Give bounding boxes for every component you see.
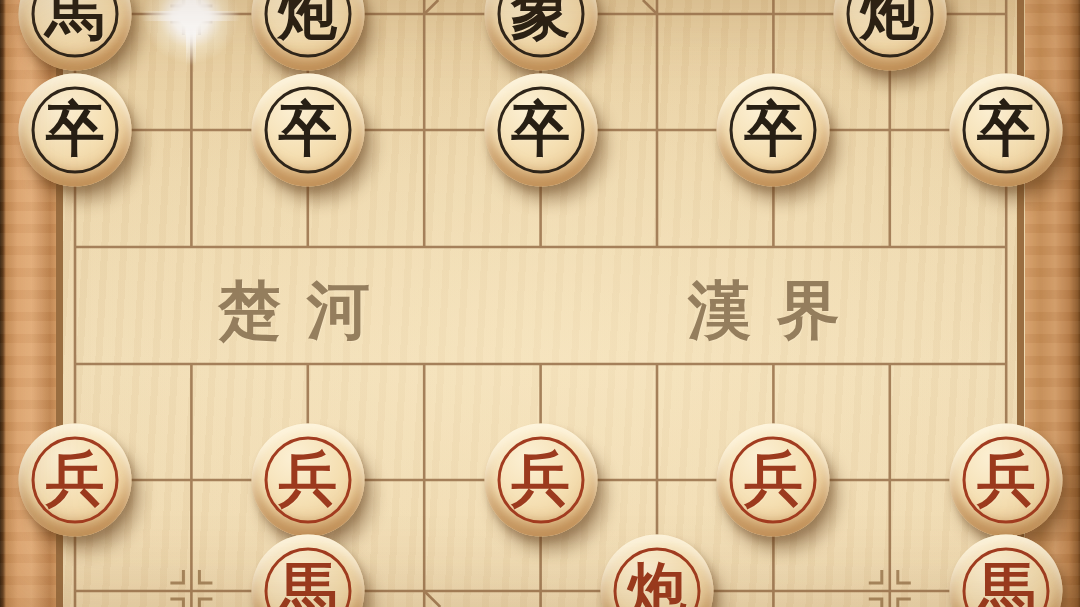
piece-black-horse-f1r2[interactable]: 馬 [19,0,132,71]
piece-glyph: 馬 [251,534,364,607]
piece-glyph: 炮 [251,0,364,70]
piece-glyph: 炮 [833,0,946,70]
piece-glyph: 兵 [19,423,132,536]
piece-red-soldier-f9r6[interactable]: 兵 [950,424,1063,537]
piece-black-soldier-f9r3[interactable]: 卒 [950,74,1063,187]
piece-glyph: 炮 [601,534,714,607]
piece-glyph: 卒 [717,73,830,186]
piece-black-cannon-f8r2[interactable]: 炮 [833,0,946,71]
piece-glyph: 卒 [484,73,597,186]
piece-black-cannon-f3r2[interactable]: 炮 [251,0,364,71]
piece-black-soldier-f5r3[interactable]: 卒 [484,74,597,187]
piece-red-horse-f9r7[interactable]: 馬 [950,535,1063,607]
piece-black-soldier-f7r3[interactable]: 卒 [717,74,830,187]
piece-glyph: 兵 [950,423,1063,536]
piece-black-soldier-f1r3[interactable]: 卒 [19,74,132,187]
piece-red-horse-f3r7[interactable]: 馬 [251,535,364,607]
piece-red-soldier-f5r6[interactable]: 兵 [484,424,597,537]
piece-glyph: 兵 [484,423,597,536]
xiangqi-board-screen: 楚河 漢界 馬 炮 象 炮 卒 卒 卒 卒 卒 兵 兵 兵 兵 [0,0,1080,607]
piece-red-soldier-f7r6[interactable]: 兵 [717,424,830,537]
piece-red-cannon-f6r7[interactable]: 炮 [601,535,714,607]
piece-glyph: 馬 [19,0,132,70]
piece-glyph: 象 [484,0,597,70]
piece-glyph: 卒 [19,73,132,186]
river-label-chu-he: 楚河 [218,268,396,354]
piece-glyph: 卒 [251,73,364,186]
piece-red-soldier-f3r6[interactable]: 兵 [251,424,364,537]
piece-red-soldier-f1r6[interactable]: 兵 [19,424,132,537]
piece-black-soldier-f3r3[interactable]: 卒 [251,74,364,187]
piece-glyph: 兵 [251,423,364,536]
piece-black-elephant-f5r2[interactable]: 象 [484,0,597,71]
piece-glyph: 馬 [950,534,1063,607]
piece-glyph: 卒 [950,73,1063,186]
piece-glyph: 兵 [717,423,830,536]
river-label-han-jie: 漢界 [688,268,866,354]
